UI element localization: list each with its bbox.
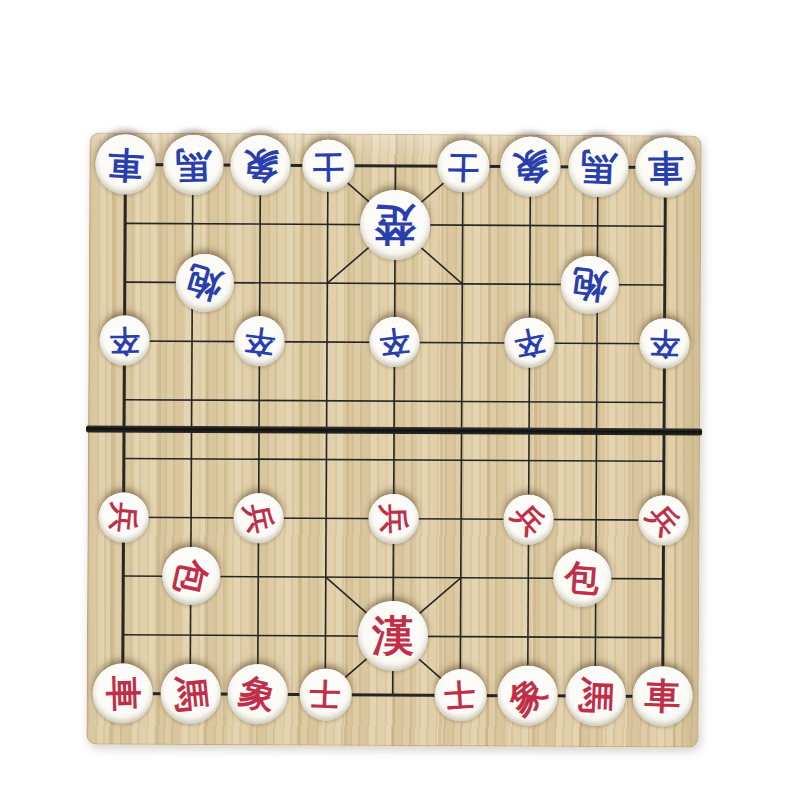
piece-red-horse[interactable]: 馬 [160, 664, 220, 724]
piece-character: 士 [444, 679, 477, 712]
piece-red-soldier[interactable]: 兵 [368, 494, 418, 544]
piece-blue-general[interactable]: 楚 [360, 190, 430, 260]
piece-blue-cannon[interactable]: 炮 [560, 255, 618, 313]
piece-red-advisor[interactable]: 士 [434, 669, 486, 721]
piece-blue-elephant[interactable]: 象 [500, 137, 560, 197]
piece-character: 卒 [649, 328, 680, 359]
piece-red-general[interactable]: 漢 [358, 601, 428, 671]
piece-red-soldier[interactable]: 兵 [233, 493, 283, 543]
piece-character: 兵 [107, 501, 140, 534]
piece-character: 漢 [372, 615, 414, 657]
piece-character: 兵 [241, 500, 276, 535]
piece-character: 卒 [512, 325, 547, 360]
photo-backdrop: 車馬象士士象馬車楚炮炮卒卒卒卒卒兵兵兵兵兵包包漢車馬象士士象馬車 [0, 0, 800, 800]
piece-blue-horse[interactable]: 馬 [568, 137, 628, 197]
piece-character: 車 [647, 149, 683, 185]
piece-character: 包 [563, 560, 601, 598]
piece-red-horse[interactable]: 馬 [565, 666, 625, 726]
piece-character: 象 [236, 672, 280, 716]
piece-character: 炮 [183, 261, 226, 304]
piece-character: 楚 [374, 204, 416, 246]
piece-blue-cannon[interactable]: 炮 [175, 253, 233, 311]
piece-character: 士 [309, 679, 341, 711]
piece-red-cannon[interactable]: 包 [162, 547, 220, 605]
piece-red-elephant[interactable]: 象 [228, 664, 288, 724]
piece-red-soldier[interactable]: 兵 [503, 494, 553, 544]
piece-character: 卒 [243, 325, 277, 359]
piece-blue-chariot[interactable]: 車 [95, 134, 155, 194]
piece-character: 馬 [170, 674, 209, 713]
piece-character: 兵 [507, 498, 549, 540]
piece-character: 兵 [642, 499, 684, 541]
piece-blue-advisor[interactable]: 士 [437, 140, 489, 192]
piece-red-cannon[interactable]: 包 [553, 549, 611, 607]
piece-red-soldier[interactable]: 兵 [638, 495, 688, 545]
piece-red-chariot[interactable]: 車 [633, 666, 693, 726]
piece-character: 馬 [174, 146, 211, 183]
piece-character: 象 [511, 148, 549, 186]
piece-red-elephant[interactable]: 象 [498, 666, 558, 726]
piece-character: 士 [312, 150, 343, 181]
piece-character: 車 [104, 675, 141, 712]
piece-character: 象 [502, 670, 552, 720]
piece-character: 卒 [378, 326, 411, 359]
piece-blue-elephant[interactable]: 象 [230, 135, 290, 195]
piece-red-advisor[interactable]: 士 [299, 669, 351, 721]
piece-character: 車 [106, 146, 144, 184]
piece-character: 車 [644, 678, 681, 715]
piece-character: 兵 [378, 503, 409, 534]
piece-character: 象 [241, 146, 280, 185]
piece-character: 炮 [570, 265, 609, 304]
piece-blue-advisor[interactable]: 士 [302, 140, 354, 192]
piece-character: 馬 [579, 148, 616, 185]
piece-red-soldier[interactable]: 兵 [98, 492, 148, 542]
piece-red-chariot[interactable]: 車 [93, 663, 153, 723]
piece-character: 卒 [109, 325, 140, 356]
piece-blue-chariot[interactable]: 車 [635, 137, 695, 197]
xiangqi-board: 車馬象士士象馬車楚炮炮卒卒卒卒卒兵兵兵兵兵包包漢車馬象士士象馬車 [86, 132, 701, 747]
piece-character: 士 [447, 151, 479, 183]
piece-character: 包 [170, 556, 212, 598]
piece-character: 馬 [576, 677, 613, 714]
piece-blue-horse[interactable]: 馬 [163, 135, 223, 195]
